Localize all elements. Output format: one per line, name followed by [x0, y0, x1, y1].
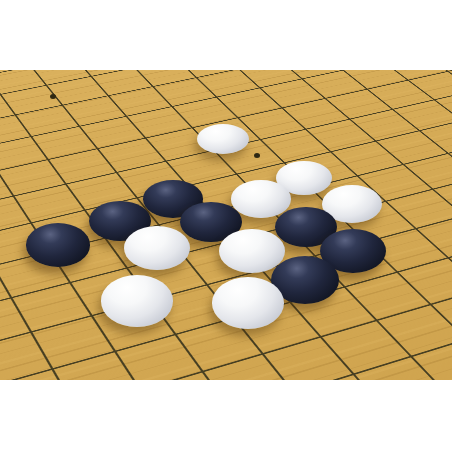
black-stone[interactable]: ●	[26, 223, 91, 266]
white-stone-glyph: ○	[197, 124, 204, 132]
black-stone-glyph: ●	[320, 229, 327, 237]
white-stone-glyph: ○	[124, 226, 131, 234]
black-stone-glyph: ●	[89, 201, 96, 209]
go-board-photo: ○○○●●●○●●○○●○○●	[0, 0, 452, 452]
black-stone-glyph: ●	[143, 180, 150, 188]
black-stone-glyph: ●	[180, 202, 187, 210]
white-stone-glyph: ○	[276, 161, 283, 169]
white-stone[interactable]: ○	[101, 275, 172, 326]
letterbox-bottom	[0, 380, 452, 452]
white-stone[interactable]: ○	[212, 277, 284, 329]
black-stone-glyph: ●	[271, 256, 278, 264]
letterbox-top	[0, 0, 452, 70]
star-point	[50, 94, 56, 99]
white-stone-glyph: ○	[322, 185, 329, 193]
white-stone-glyph: ○	[231, 180, 238, 188]
black-stone-glyph: ●	[26, 223, 33, 231]
white-stone[interactable]: ○	[124, 226, 189, 270]
white-stone-glyph: ○	[219, 229, 226, 237]
black-stone-glyph: ●	[275, 207, 282, 215]
star-point	[254, 153, 260, 158]
white-stone-glyph: ○	[212, 277, 219, 285]
white-stone[interactable]: ○	[197, 124, 249, 154]
white-stone-glyph: ○	[101, 275, 108, 283]
white-stone[interactable]: ○	[219, 229, 284, 273]
board-area: ○○○●●●○●●○○●○○●	[0, 70, 452, 380]
